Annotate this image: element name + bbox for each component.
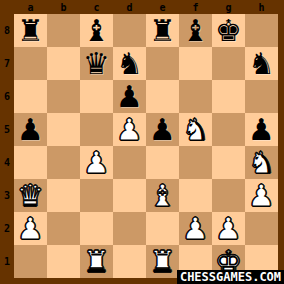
chess-board: ♜♝♜♝♚♛♞♞♟♟♟♟♞♟♟♞♛♝♟♟♟♟♜♜♚: [14, 14, 278, 278]
file-label-a: a: [14, 0, 47, 14]
black-pawn[interactable]: ♟: [116, 80, 143, 113]
square-b4[interactable]: [47, 146, 80, 179]
rank-label-1: 1: [0, 245, 14, 278]
black-knight[interactable]: ♞: [248, 47, 275, 80]
square-d4[interactable]: [113, 146, 146, 179]
chessgames-watermark: CHESSGAMES.COM: [177, 270, 284, 284]
square-g3[interactable]: [212, 179, 245, 212]
white-queen[interactable]: ♛: [17, 179, 44, 212]
square-b7[interactable]: [47, 47, 80, 80]
black-bishop[interactable]: ♝: [83, 14, 110, 47]
square-c4[interactable]: ♟: [80, 146, 113, 179]
square-d1[interactable]: [113, 245, 146, 278]
square-e3[interactable]: ♝: [146, 179, 179, 212]
square-c5[interactable]: [80, 113, 113, 146]
square-d6[interactable]: ♟: [113, 80, 146, 113]
rank-label-2: 2: [0, 212, 14, 245]
square-h5[interactable]: ♟: [245, 113, 278, 146]
black-pawn[interactable]: ♟: [17, 113, 44, 146]
square-a5[interactable]: ♟: [14, 113, 47, 146]
black-knight[interactable]: ♞: [116, 47, 143, 80]
white-pawn[interactable]: ♟: [215, 212, 242, 245]
square-h8[interactable]: [245, 14, 278, 47]
white-pawn[interactable]: ♟: [116, 113, 143, 146]
square-a7[interactable]: [14, 47, 47, 80]
square-e1[interactable]: ♜: [146, 245, 179, 278]
square-a4[interactable]: [14, 146, 47, 179]
square-f7[interactable]: [179, 47, 212, 80]
square-e5[interactable]: ♟: [146, 113, 179, 146]
white-rook[interactable]: ♜: [149, 245, 176, 278]
square-h4[interactable]: ♞: [245, 146, 278, 179]
rank-label-7: 7: [0, 47, 14, 80]
black-bishop[interactable]: ♝: [182, 14, 209, 47]
file-labels: a b c d e f g h: [14, 0, 278, 14]
square-a1[interactable]: [14, 245, 47, 278]
black-queen[interactable]: ♛: [83, 47, 110, 80]
square-g4[interactable]: [212, 146, 245, 179]
square-d8[interactable]: [113, 14, 146, 47]
square-b5[interactable]: [47, 113, 80, 146]
black-pawn[interactable]: ♟: [149, 113, 176, 146]
square-f3[interactable]: [179, 179, 212, 212]
square-g7[interactable]: [212, 47, 245, 80]
square-f8[interactable]: ♝: [179, 14, 212, 47]
file-label-h: h: [245, 0, 278, 14]
rank-label-3: 3: [0, 179, 14, 212]
chess-diagram: a b c d e f g h 8 7 6 5 4 3 2 1 ♜♝♜♝♚♛♞♞…: [0, 0, 284, 284]
square-g8[interactable]: ♚: [212, 14, 245, 47]
square-e2[interactable]: [146, 212, 179, 245]
rank-label-5: 5: [0, 113, 14, 146]
square-e7[interactable]: [146, 47, 179, 80]
square-d3[interactable]: [113, 179, 146, 212]
square-e6[interactable]: [146, 80, 179, 113]
black-king[interactable]: ♚: [215, 14, 242, 47]
square-b1[interactable]: [47, 245, 80, 278]
rank-label-4: 4: [0, 146, 14, 179]
square-h6[interactable]: [245, 80, 278, 113]
square-c2[interactable]: [80, 212, 113, 245]
square-b2[interactable]: [47, 212, 80, 245]
square-f2[interactable]: ♟: [179, 212, 212, 245]
white-bishop[interactable]: ♝: [149, 179, 176, 212]
square-a2[interactable]: ♟: [14, 212, 47, 245]
rank-label-8: 8: [0, 14, 14, 47]
square-g6[interactable]: [212, 80, 245, 113]
square-b6[interactable]: [47, 80, 80, 113]
square-b3[interactable]: [47, 179, 80, 212]
square-a3[interactable]: ♛: [14, 179, 47, 212]
square-e4[interactable]: [146, 146, 179, 179]
square-d2[interactable]: [113, 212, 146, 245]
rank-label-6: 6: [0, 80, 14, 113]
file-label-b: b: [47, 0, 80, 14]
square-c6[interactable]: [80, 80, 113, 113]
file-label-g: g: [212, 0, 245, 14]
square-e8[interactable]: ♜: [146, 14, 179, 47]
file-label-c: c: [80, 0, 113, 14]
white-rook[interactable]: ♜: [83, 245, 110, 278]
black-pawn[interactable]: ♟: [248, 113, 275, 146]
white-knight[interactable]: ♞: [248, 146, 275, 179]
white-pawn[interactable]: ♟: [83, 146, 110, 179]
file-label-f: f: [179, 0, 212, 14]
square-g2[interactable]: ♟: [212, 212, 245, 245]
square-b8[interactable]: [47, 14, 80, 47]
file-label-d: d: [113, 0, 146, 14]
square-h3[interactable]: ♟: [245, 179, 278, 212]
rank-labels: 8 7 6 5 4 3 2 1: [0, 14, 14, 278]
white-pawn[interactable]: ♟: [182, 212, 209, 245]
square-c8[interactable]: ♝: [80, 14, 113, 47]
white-pawn[interactable]: ♟: [17, 212, 44, 245]
square-a6[interactable]: [14, 80, 47, 113]
square-h7[interactable]: ♞: [245, 47, 278, 80]
square-c3[interactable]: [80, 179, 113, 212]
white-knight[interactable]: ♞: [182, 113, 209, 146]
square-f6[interactable]: [179, 80, 212, 113]
black-rook[interactable]: ♜: [149, 14, 176, 47]
square-g5[interactable]: [212, 113, 245, 146]
square-h2[interactable]: [245, 212, 278, 245]
square-a8[interactable]: ♜: [14, 14, 47, 47]
white-pawn[interactable]: ♟: [248, 179, 275, 212]
square-f5[interactable]: ♞: [179, 113, 212, 146]
square-f4[interactable]: [179, 146, 212, 179]
black-rook[interactable]: ♜: [17, 14, 44, 47]
square-d7[interactable]: ♞: [113, 47, 146, 80]
square-c1[interactable]: ♜: [80, 245, 113, 278]
square-c7[interactable]: ♛: [80, 47, 113, 80]
file-label-e: e: [146, 0, 179, 14]
square-d5[interactable]: ♟: [113, 113, 146, 146]
